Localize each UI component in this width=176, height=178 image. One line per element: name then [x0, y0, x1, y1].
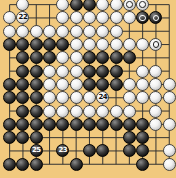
stone-white: [110, 38, 123, 51]
stone-black: [43, 118, 56, 131]
stone-white: [3, 25, 16, 38]
circle-marker: [153, 15, 160, 22]
stone-black: [70, 158, 83, 171]
stone-black: [110, 65, 123, 78]
circle-marker: [139, 1, 146, 8]
go-board[interactable]: 22242523: [3, 0, 176, 171]
stone-white: [83, 25, 96, 38]
stone-black: [136, 118, 149, 131]
move-number-label: 24: [98, 94, 107, 101]
stone-white: [70, 38, 83, 51]
stone-white: [123, 78, 136, 91]
stone-black: [110, 78, 123, 91]
stone-white: [70, 78, 83, 91]
stone-black: [3, 158, 16, 171]
stone-white: [163, 78, 176, 91]
circle-marker: [153, 41, 160, 48]
stone-white: [70, 65, 83, 78]
stone-black: [83, 118, 96, 131]
stone-white: [43, 65, 56, 78]
stone-white: [43, 25, 56, 38]
stone-white: [110, 11, 123, 24]
stone-black: [30, 131, 43, 144]
go-diagram: 22242523: [0, 0, 176, 178]
stone-white: [70, 25, 83, 38]
stone-white: [83, 105, 96, 118]
stone-black: [110, 118, 123, 131]
stone-black: [110, 51, 123, 64]
stone-black: [30, 118, 43, 131]
stone-white: [123, 38, 136, 51]
stone-black: [30, 38, 43, 51]
stone-white: [43, 105, 56, 118]
stone-black: [16, 105, 29, 118]
stone-white: [110, 0, 123, 11]
circle-marker: [139, 15, 146, 22]
stone-white: [123, 105, 136, 118]
stone-black: [83, 78, 96, 91]
circle-marker: [126, 1, 133, 8]
stone-white: [56, 65, 69, 78]
stone-white: [30, 25, 43, 38]
stone-black: [30, 158, 43, 171]
stone-white: [43, 78, 56, 91]
stone-white: [110, 105, 123, 118]
stone-black: [30, 105, 43, 118]
stone-black: [123, 131, 136, 144]
stone-white: [70, 105, 83, 118]
stone-white: [163, 91, 176, 104]
stone-white: [110, 25, 123, 38]
stone-white: [163, 158, 176, 171]
stone-white: [70, 91, 83, 104]
stone-white: [56, 105, 69, 118]
stone-white: [136, 78, 149, 91]
stone-white: [136, 65, 149, 78]
stone-white: [83, 38, 96, 51]
stone-black: [30, 78, 43, 91]
stone-black: [30, 65, 43, 78]
stone-white: [96, 25, 109, 38]
stone-white: [149, 105, 162, 118]
stone-white: [163, 118, 176, 131]
stone-white: [96, 105, 109, 118]
stone-black: [136, 158, 149, 171]
stone-black: [3, 118, 16, 131]
move-number-label: 22: [19, 14, 28, 21]
stone-black: [83, 65, 96, 78]
stone-white: [70, 51, 83, 64]
stone-black: [96, 65, 109, 78]
stone-black: [3, 78, 16, 91]
move-number-label: 25: [32, 147, 41, 154]
stone-black: [70, 0, 83, 11]
move-number-label: 23: [58, 147, 67, 154]
stone-black: [70, 118, 83, 131]
stone-black: [30, 91, 43, 104]
stone-black: [43, 38, 56, 51]
stone-black: [123, 118, 136, 131]
